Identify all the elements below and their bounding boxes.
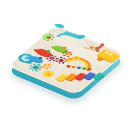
board-top <box>8 25 125 95</box>
product-photo-busy-board <box>0 0 140 140</box>
teal-bird[interactable] <box>55 23 66 29</box>
water-spout[interactable] <box>63 31 83 39</box>
